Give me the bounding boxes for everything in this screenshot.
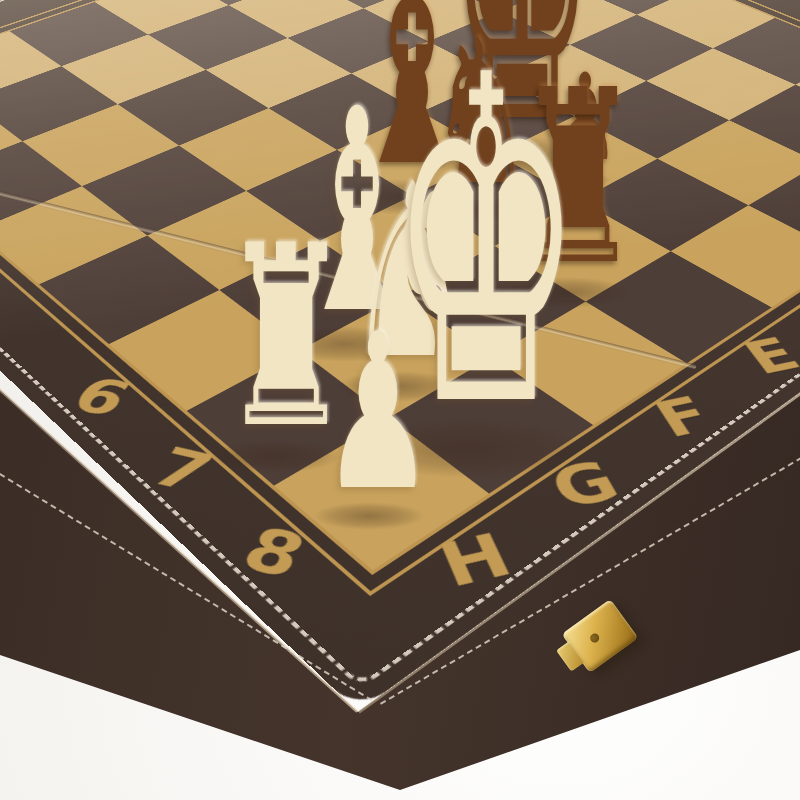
chess-photo-scene: 876HGFE ♚♟♝♞♜♝♞♜♚♟ <box>0 0 800 800</box>
file-label-e: E <box>733 328 800 385</box>
latch-screw-icon <box>588 632 601 645</box>
piece-glyph-pawn: ♟ <box>322 305 434 520</box>
file-label-h: H <box>429 521 523 602</box>
rank-label-7: 7 <box>139 436 224 505</box>
brass-latch <box>562 599 639 673</box>
rank-label-6: 6 <box>59 367 142 428</box>
file-label-f: F <box>643 386 724 449</box>
rank-label-8: 8 <box>230 514 317 592</box>
